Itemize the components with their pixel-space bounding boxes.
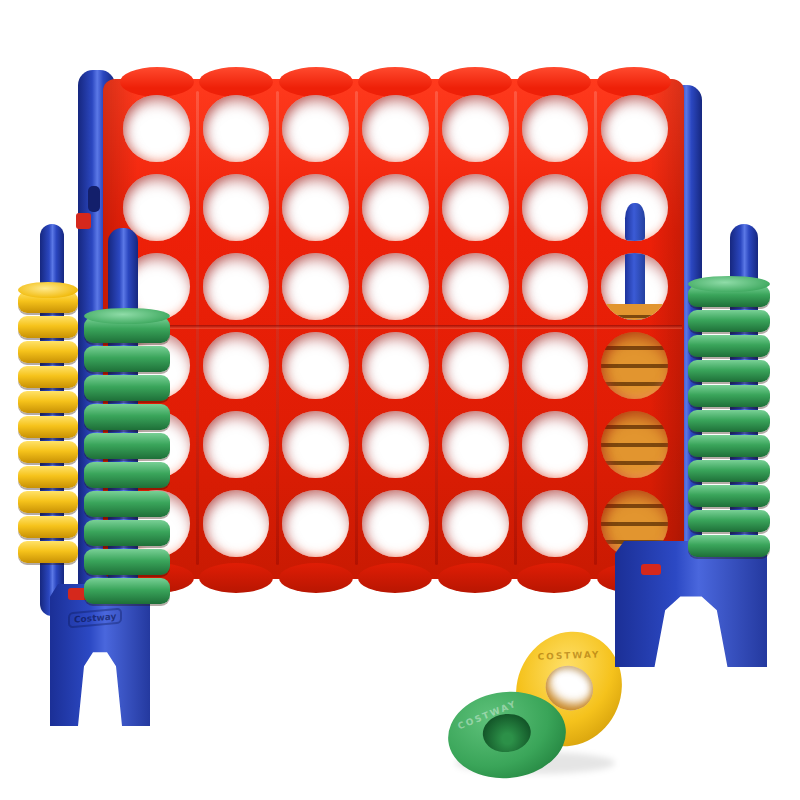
hole-r2c5 xyxy=(442,174,509,241)
hole-r1c1 xyxy=(123,95,190,162)
hole-r4c5 xyxy=(442,332,509,399)
hole-r3c3 xyxy=(282,253,349,320)
red-lock-tab-right-foot xyxy=(641,564,661,575)
hole-r6c3 xyxy=(282,490,349,557)
green-disc xyxy=(688,535,770,557)
yellow-disc xyxy=(18,491,78,513)
green-disc xyxy=(84,520,170,546)
green-disc xyxy=(688,335,770,357)
board-edge-scallop xyxy=(358,67,432,97)
yellow-disc xyxy=(18,416,78,438)
hole-r4c6 xyxy=(522,332,589,399)
hole-r5c5 xyxy=(442,411,509,478)
yellow-disc xyxy=(18,341,78,363)
hole-r4c7 xyxy=(601,332,668,399)
product-photo-giant-connect-four: Costway COSTWAY COSTWAY xyxy=(0,0,800,800)
green-disc xyxy=(84,462,170,488)
green-disc xyxy=(84,491,170,517)
board-edge-scallop xyxy=(358,563,432,593)
green-disc xyxy=(688,385,770,407)
hole-r2c6 xyxy=(522,174,589,241)
hole-r1c6 xyxy=(522,95,589,162)
left-front-disc-stack xyxy=(84,308,170,607)
hole-r4c2 xyxy=(203,332,270,399)
hole-r5c2 xyxy=(203,411,270,478)
green-disc xyxy=(84,404,170,430)
yellow-disc-embossed-text: COSTWAY xyxy=(537,649,600,661)
green-disc xyxy=(84,433,170,459)
yellow-disc xyxy=(18,466,78,488)
hole-r5c3 xyxy=(282,411,349,478)
hole-r3c6 xyxy=(522,253,589,320)
board-edge-scallop xyxy=(120,67,194,97)
hole-r5c7 xyxy=(601,411,668,478)
hole-r6c6 xyxy=(522,490,589,557)
board-edge-scallop xyxy=(279,563,353,593)
hole-r6c4 xyxy=(362,490,429,557)
height-adjust-slot xyxy=(88,186,100,212)
hole-r3c4 xyxy=(362,253,429,320)
yellow-disc xyxy=(18,391,78,413)
foot-logo: Costway xyxy=(68,608,122,629)
yellow-disc-top-face xyxy=(18,282,78,298)
hole-r1c3 xyxy=(282,95,349,162)
hole-r6c5 xyxy=(442,490,509,557)
hole-r2c3 xyxy=(282,174,349,241)
green-disc xyxy=(84,346,170,372)
board-edge-scallop xyxy=(279,67,353,97)
board-edge-scallop xyxy=(438,67,512,97)
hole-r1c4 xyxy=(362,95,429,162)
green-disc xyxy=(84,375,170,401)
hole-r1c5 xyxy=(442,95,509,162)
board-edge-scallop xyxy=(438,563,512,593)
green-disc xyxy=(84,578,170,604)
hole-r5c6 xyxy=(522,411,589,478)
board-edge-scallop xyxy=(199,563,273,593)
green-disc xyxy=(84,549,170,575)
hole-r3c7 xyxy=(601,253,668,320)
hole-r3c2 xyxy=(203,253,270,320)
hole-r5c4 xyxy=(362,411,429,478)
green-disc-top-face xyxy=(688,276,770,292)
hole-r2c7 xyxy=(601,174,668,241)
board-edge-scallop xyxy=(517,563,591,593)
yellow-disc xyxy=(18,366,78,388)
hole-r4c3 xyxy=(282,332,349,399)
board-seam xyxy=(105,325,682,329)
hole-r2c4 xyxy=(362,174,429,241)
yellow-disc xyxy=(18,516,78,538)
board-edge-scallop xyxy=(199,67,273,97)
green-disc xyxy=(688,485,770,507)
board-edge-scallop xyxy=(517,67,591,97)
yellow-disc xyxy=(18,316,78,338)
hole-r4c4 xyxy=(362,332,429,399)
board-edge-scallop xyxy=(597,67,671,97)
green-disc xyxy=(688,310,770,332)
left-rear-disc-stack xyxy=(18,282,78,566)
green-disc-top-face xyxy=(84,308,170,324)
green-disc xyxy=(688,510,770,532)
right-front-disc-stack xyxy=(688,276,770,560)
green-disc xyxy=(688,435,770,457)
red-lock-tab-post xyxy=(76,213,91,229)
green-disc xyxy=(688,460,770,482)
yellow-disc xyxy=(18,441,78,463)
green-disc xyxy=(688,360,770,382)
hole-r3c5 xyxy=(442,253,509,320)
hole-r2c2 xyxy=(203,174,270,241)
hole-r1c7 xyxy=(601,95,668,162)
board xyxy=(103,79,684,579)
hole-r1c2 xyxy=(203,95,270,162)
hole-r6c2 xyxy=(203,490,270,557)
yellow-disc xyxy=(18,541,78,563)
green-disc xyxy=(688,410,770,432)
